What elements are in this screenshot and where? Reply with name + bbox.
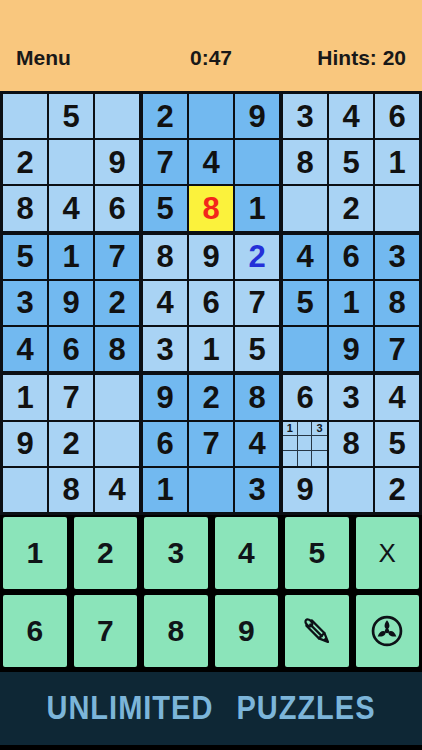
sudoku-cell-r3c1[interactable]: 8 [3, 186, 47, 230]
sudoku-cell-r9c6[interactable]: 3 [235, 468, 279, 512]
keypad: 1 2 3 4 5 X 6 7 8 9 [0, 515, 422, 672]
pencil-note-digit: 1 [283, 422, 298, 437]
sudoku-cell-r3c8[interactable]: 2 [329, 186, 373, 230]
sudoku-cell-r8c6[interactable]: 4 [235, 422, 279, 466]
sudoku-cell-r1c8[interactable]: 4 [329, 94, 373, 138]
sudoku-cell-r2c2[interactable] [49, 140, 93, 184]
pencil-icon [299, 613, 335, 649]
sudoku-cell-r4c8[interactable]: 6 [329, 235, 373, 279]
sudoku-cell-r2c4[interactable]: 7 [143, 140, 187, 184]
sudoku-cell-r5c6[interactable]: 7 [235, 281, 279, 325]
bottom-strip [0, 745, 422, 750]
key-9[interactable]: 9 [215, 595, 279, 667]
sudoku-cell-r2c8[interactable]: 5 [329, 140, 373, 184]
sudoku-cell-r8c7[interactable]: 13 [283, 422, 327, 466]
sudoku-cell-r5c3[interactable]: 2 [95, 281, 139, 325]
sudoku-box: 179284 [3, 375, 139, 512]
pencil-note-digit [298, 436, 313, 451]
pencil-notes: 13 [283, 422, 327, 466]
sudoku-cell-r7c7[interactable]: 6 [283, 375, 327, 419]
sudoku-cell-r7c4[interactable]: 9 [143, 375, 187, 419]
pencil-note-digit [298, 422, 313, 437]
sudoku-cell-r8c1[interactable]: 9 [3, 422, 47, 466]
sudoku-cell-r1c6[interactable]: 9 [235, 94, 279, 138]
sudoku-cell-r2c5[interactable]: 4 [189, 140, 233, 184]
sudoku-cell-r8c5[interactable]: 7 [189, 422, 233, 466]
key-clear[interactable]: X [356, 517, 420, 589]
sudoku-box: 634138592 [283, 375, 419, 512]
sudoku-cell-r5c1[interactable]: 3 [3, 281, 47, 325]
sudoku-cell-r6c9[interactable]: 7 [375, 327, 419, 371]
hint-icon [369, 613, 405, 649]
sudoku-box: 46351897 [283, 235, 419, 372]
sudoku-cell-r9c1[interactable] [3, 468, 47, 512]
key-5[interactable]: 5 [285, 517, 349, 589]
sudoku-cell-r8c4[interactable]: 6 [143, 422, 187, 466]
sudoku-box: 517392468 [3, 235, 139, 372]
sudoku-cell-r3c2[interactable]: 4 [49, 186, 93, 230]
sudoku-cell-r5c8[interactable]: 1 [329, 281, 373, 325]
key-4[interactable]: 4 [215, 517, 279, 589]
sudoku-box: 2974581 [143, 94, 279, 231]
sudoku-cell-r4c5[interactable]: 9 [189, 235, 233, 279]
sudoku-cell-r7c2[interactable]: 7 [49, 375, 93, 419]
sudoku-cell-r4c9[interactable]: 3 [375, 235, 419, 279]
sudoku-cell-r9c2[interactable]: 8 [49, 468, 93, 512]
sudoku-cell-r7c5[interactable]: 2 [189, 375, 233, 419]
sudoku-cell-r9c9[interactable]: 2 [375, 468, 419, 512]
top-bar: Menu 0:47 Hints: 20 [0, 0, 422, 91]
sudoku-cell-r3c5[interactable]: 8 [189, 186, 233, 230]
unlimited-puzzles-banner: UNLIMITED PUZZLES [0, 672, 422, 745]
sudoku-cell-r9c3[interactable]: 4 [95, 468, 139, 512]
sudoku-cell-r2c9[interactable]: 1 [375, 140, 419, 184]
sudoku-cell-r1c1[interactable] [3, 94, 47, 138]
sudoku-cell-r6c1[interactable]: 4 [3, 327, 47, 371]
sudoku-box: 892467315 [143, 235, 279, 372]
sudoku-cell-r3c3[interactable]: 6 [95, 186, 139, 230]
pencil-note-digit [283, 451, 298, 466]
sudoku-cell-r1c3[interactable] [95, 94, 139, 138]
sudoku-cell-r5c2[interactable]: 9 [49, 281, 93, 325]
sudoku-cell-r2c1[interactable]: 2 [3, 140, 47, 184]
sudoku-cell-r5c4[interactable]: 4 [143, 281, 187, 325]
sudoku-cell-r3c7[interactable] [283, 186, 327, 230]
pencil-note-digit [312, 451, 327, 466]
sudoku-cell-r7c6[interactable]: 8 [235, 375, 279, 419]
sudoku-cell-r6c3[interactable]: 8 [95, 327, 139, 371]
key-pencil[interactable] [285, 595, 349, 667]
pencil-note-digit [312, 436, 327, 451]
sudoku-cell-r6c4[interactable]: 3 [143, 327, 187, 371]
sudoku-cell-r3c9[interactable] [375, 186, 419, 230]
pencil-note-digit [283, 436, 298, 451]
banner-text: UNLIMITED PUZZLES [46, 690, 375, 728]
sudoku-cell-r6c2[interactable]: 6 [49, 327, 93, 371]
sudoku-cell-r9c5[interactable] [189, 468, 233, 512]
pencil-note-digit [298, 451, 313, 466]
timer-display: 0:47 [190, 46, 232, 70]
sudoku-cell-r7c3[interactable] [95, 375, 139, 419]
sudoku-cell-r8c9[interactable]: 5 [375, 422, 419, 466]
sudoku-board: 5298462974581346851251739246889246731546… [0, 91, 422, 515]
key-hint[interactable] [356, 595, 420, 667]
sudoku-cell-r4c2[interactable]: 1 [49, 235, 93, 279]
key-2[interactable]: 2 [74, 517, 138, 589]
key-7[interactable]: 7 [74, 595, 138, 667]
sudoku-cell-r6c7[interactable] [283, 327, 327, 371]
sudoku-cell-r5c9[interactable]: 8 [375, 281, 419, 325]
sudoku-cell-r5c7[interactable]: 5 [283, 281, 327, 325]
sudoku-cell-r1c9[interactable]: 6 [375, 94, 419, 138]
sudoku-cell-r1c4[interactable]: 2 [143, 94, 187, 138]
sudoku-cell-r3c4[interactable]: 5 [143, 186, 187, 230]
sudoku-cell-r6c5[interactable]: 1 [189, 327, 233, 371]
key-8[interactable]: 8 [144, 595, 208, 667]
sudoku-app: Menu 0:47 Hints: 20 52984629745813468512… [0, 0, 422, 750]
sudoku-cell-r6c6[interactable]: 5 [235, 327, 279, 371]
sudoku-cell-r9c7[interactable]: 9 [283, 468, 327, 512]
sudoku-cell-r4c7[interactable]: 4 [283, 235, 327, 279]
pencil-note-digit: 3 [312, 422, 327, 437]
sudoku-cell-r4c1[interactable]: 5 [3, 235, 47, 279]
sudoku-cell-r8c8[interactable]: 8 [329, 422, 373, 466]
hints-counter: Hints: 20 [317, 46, 406, 70]
sudoku-box: 92867413 [143, 375, 279, 512]
sudoku-cell-r1c7[interactable]: 3 [283, 94, 327, 138]
key-1[interactable]: 1 [3, 517, 67, 589]
sudoku-cell-r8c2[interactable]: 2 [49, 422, 93, 466]
sudoku-cell-r1c5[interactable] [189, 94, 233, 138]
sudoku-cell-r9c8[interactable] [329, 468, 373, 512]
sudoku-cell-r7c1[interactable]: 1 [3, 375, 47, 419]
menu-button[interactable]: Menu [16, 46, 71, 70]
sudoku-cell-r5c5[interactable]: 6 [189, 281, 233, 325]
sudoku-cell-r4c3[interactable]: 7 [95, 235, 139, 279]
sudoku-cell-r2c7[interactable]: 8 [283, 140, 327, 184]
sudoku-box: 3468512 [283, 94, 419, 231]
sudoku-cell-r7c9[interactable]: 4 [375, 375, 419, 419]
sudoku-cell-r6c8[interactable]: 9 [329, 327, 373, 371]
sudoku-cell-r8c3[interactable] [95, 422, 139, 466]
sudoku-cell-r3c6[interactable]: 1 [235, 186, 279, 230]
key-6[interactable]: 6 [3, 595, 67, 667]
sudoku-cell-r7c8[interactable]: 3 [329, 375, 373, 419]
sudoku-cell-r2c6[interactable] [235, 140, 279, 184]
sudoku-cell-r2c3[interactable]: 9 [95, 140, 139, 184]
key-3[interactable]: 3 [144, 517, 208, 589]
sudoku-box: 529846 [3, 94, 139, 231]
sudoku-cell-r4c6[interactable]: 2 [235, 235, 279, 279]
sudoku-cell-r9c4[interactable]: 1 [143, 468, 187, 512]
sudoku-cell-r1c2[interactable]: 5 [49, 94, 93, 138]
sudoku-cell-r4c4[interactable]: 8 [143, 235, 187, 279]
